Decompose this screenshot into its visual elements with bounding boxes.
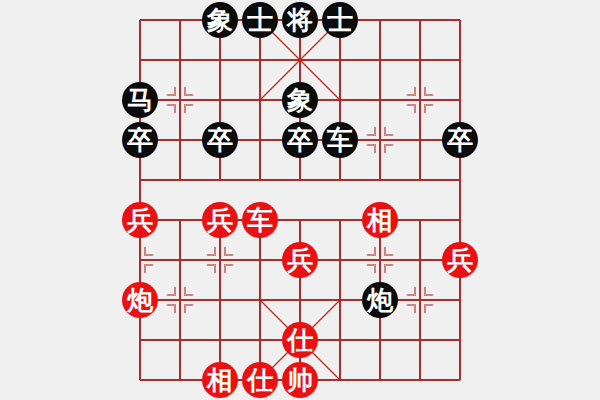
piece-black-elephant[interactable]: 象 [202,2,238,38]
xiangqi-board[interactable]: 象士将士马象卒卒卒车卒兵兵车相兵兵炮炮仕相仕帅 [0,0,600,400]
piece-red-soldier[interactable]: 兵 [442,242,478,278]
piece-red-soldier[interactable]: 兵 [122,202,158,238]
piece-black-cannon[interactable]: 炮 [362,282,398,318]
piece-red-cannon[interactable]: 炮 [122,282,158,318]
piece-red-chariot[interactable]: 车 [242,202,278,238]
piece-red-general[interactable]: 帅 [282,362,318,398]
piece-black-soldier[interactable]: 卒 [122,122,158,158]
piece-black-advisor[interactable]: 士 [242,2,278,38]
piece-black-soldier[interactable]: 卒 [282,122,318,158]
piece-black-elephant[interactable]: 象 [282,82,318,118]
piece-black-horse[interactable]: 马 [122,82,158,118]
piece-red-advisor[interactable]: 仕 [242,362,278,398]
piece-red-elephant[interactable]: 相 [362,202,398,238]
piece-black-advisor[interactable]: 士 [322,2,358,38]
piece-black-soldier[interactable]: 卒 [442,122,478,158]
piece-black-soldier[interactable]: 卒 [202,122,238,158]
pieces-layer: 象士将士马象卒卒卒车卒兵兵车相兵兵炮炮仕相仕帅 [120,0,480,400]
piece-red-soldier[interactable]: 兵 [202,202,238,238]
piece-red-elephant[interactable]: 相 [202,362,238,398]
piece-red-soldier[interactable]: 兵 [282,242,318,278]
piece-black-general[interactable]: 将 [282,2,318,38]
app-background: 象士将士马象卒卒卒车卒兵兵车相兵兵炮炮仕相仕帅 [0,0,600,400]
piece-red-advisor[interactable]: 仕 [282,322,318,358]
piece-black-chariot[interactable]: 车 [322,122,358,158]
